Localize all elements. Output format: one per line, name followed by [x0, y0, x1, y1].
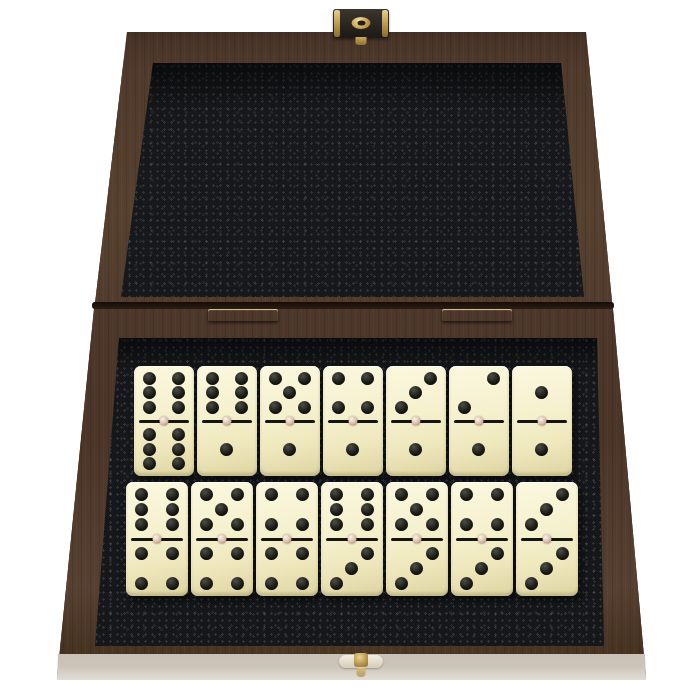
pip	[231, 488, 244, 501]
pip	[172, 401, 185, 414]
domino-5-4[interactable]	[191, 482, 253, 596]
pip	[143, 428, 156, 441]
tile-divider	[456, 538, 508, 541]
pip	[395, 401, 408, 414]
domino-6-6[interactable]	[134, 366, 194, 476]
pip	[166, 518, 179, 531]
spinner-pin	[478, 535, 487, 544]
pip	[172, 428, 185, 441]
pip	[525, 577, 538, 590]
pip	[475, 562, 488, 575]
pip	[135, 503, 148, 516]
spinner-pin	[160, 417, 169, 426]
tile-divider	[391, 538, 443, 541]
pip	[166, 503, 179, 516]
domino-1-1[interactable]	[512, 366, 572, 476]
pip	[296, 547, 309, 560]
tile-half-bottom	[323, 423, 383, 477]
pip	[265, 518, 278, 531]
pip	[491, 547, 504, 560]
tile-half-top	[321, 482, 383, 538]
tile-half-top	[386, 366, 446, 420]
pip	[220, 443, 233, 456]
pip	[332, 372, 345, 385]
tile-divider	[261, 538, 313, 541]
pip	[491, 488, 504, 501]
pip	[487, 372, 500, 385]
tile-divider	[202, 420, 252, 423]
pip	[472, 443, 485, 456]
pip	[540, 562, 553, 575]
spinner-pin	[348, 535, 357, 544]
tile-divider	[265, 420, 315, 423]
pip	[330, 518, 343, 531]
pip	[296, 577, 309, 590]
domino-4-1[interactable]	[323, 366, 383, 476]
tile-half-bottom	[191, 541, 253, 597]
pip	[200, 547, 213, 560]
pip	[410, 562, 423, 575]
pip	[206, 401, 219, 414]
pip	[361, 488, 374, 501]
pip	[361, 401, 374, 414]
tile-half-top	[134, 366, 194, 420]
pip	[200, 518, 213, 531]
pip	[345, 562, 358, 575]
domino-box-photo	[0, 0, 700, 700]
pip	[143, 386, 156, 399]
domino-row-back	[134, 366, 572, 476]
domino-4-4[interactable]	[256, 482, 318, 596]
pip	[265, 577, 278, 590]
spinner-pin	[475, 417, 484, 426]
latch	[333, 9, 389, 47]
pip	[346, 443, 359, 456]
pip	[395, 577, 408, 590]
front-catch-brass	[354, 653, 368, 667]
tile-divider	[391, 420, 441, 423]
pip	[296, 518, 309, 531]
spinner-pin	[349, 417, 358, 426]
pip	[296, 488, 309, 501]
pip	[535, 386, 548, 399]
latch-brass-edge-left	[334, 10, 340, 37]
tile-half-top	[386, 482, 448, 538]
domino-5-1[interactable]	[260, 366, 320, 476]
tile-half-top	[516, 482, 578, 538]
pip	[143, 372, 156, 385]
spinner-pin	[412, 417, 421, 426]
pip	[298, 372, 311, 385]
pip	[426, 547, 439, 560]
latch-catch	[356, 37, 367, 45]
pip	[206, 386, 219, 399]
spinner-pin	[223, 417, 232, 426]
pip	[535, 443, 548, 456]
pip	[395, 518, 408, 531]
pip	[166, 547, 179, 560]
spinner-pin	[286, 417, 295, 426]
pip	[426, 488, 439, 501]
pip	[332, 401, 345, 414]
tile-half-bottom	[197, 423, 257, 477]
pip	[424, 372, 437, 385]
pip	[143, 401, 156, 414]
pip	[200, 577, 213, 590]
tile-half-bottom	[256, 541, 318, 597]
pip	[143, 443, 156, 456]
tile-half-bottom	[449, 423, 509, 477]
tile-half-bottom	[386, 423, 446, 477]
pip	[135, 488, 148, 501]
pip	[231, 547, 244, 560]
pip	[361, 547, 374, 560]
tile-half-bottom	[321, 541, 383, 597]
pip	[172, 443, 185, 456]
pip	[265, 547, 278, 560]
pip	[410, 503, 423, 516]
tile-divider	[454, 420, 504, 423]
tile-half-top	[512, 366, 572, 420]
tile-half-bottom	[451, 541, 513, 597]
pip	[426, 518, 439, 531]
pip	[330, 503, 343, 516]
pip	[458, 401, 471, 414]
pip	[460, 518, 473, 531]
pip	[525, 518, 538, 531]
pip	[269, 372, 282, 385]
pip	[135, 577, 148, 590]
tile-divider	[196, 538, 248, 541]
lid-base-seam	[92, 302, 614, 309]
latch-body	[333, 9, 389, 38]
pip	[556, 547, 569, 560]
tile-half-top	[451, 482, 513, 538]
photo-fade	[0, 666, 700, 700]
domino-4-3[interactable]	[451, 482, 513, 596]
tile-divider	[521, 538, 573, 541]
pip	[409, 443, 422, 456]
pip	[330, 488, 343, 501]
pip	[361, 518, 374, 531]
pip	[283, 443, 296, 456]
pip	[172, 386, 185, 399]
tile-half-top	[191, 482, 253, 538]
tile-half-bottom	[260, 423, 320, 477]
pip	[283, 386, 296, 399]
domino-5-3[interactable]	[386, 482, 448, 596]
pip	[330, 577, 343, 590]
pip	[460, 488, 473, 501]
tile-half-top	[260, 366, 320, 420]
tile-divider	[517, 420, 567, 423]
pip	[460, 577, 473, 590]
pip	[231, 577, 244, 590]
tile-half-bottom	[386, 541, 448, 597]
spinner-pin	[218, 535, 227, 544]
tile-half-bottom	[516, 541, 578, 597]
pip	[166, 488, 179, 501]
pip	[491, 518, 504, 531]
pip	[409, 386, 422, 399]
domino-6-4[interactable]	[126, 482, 188, 596]
tile-half-top	[323, 366, 383, 420]
pip	[361, 503, 374, 516]
tile-half-bottom	[512, 423, 572, 477]
domino-6-1[interactable]	[197, 366, 257, 476]
spinner-pin	[153, 535, 162, 544]
spinner-pin	[283, 535, 292, 544]
pip	[206, 372, 219, 385]
pip	[556, 488, 569, 501]
tile-divider	[139, 420, 189, 423]
domino-6-3[interactable]	[321, 482, 383, 596]
latch-brass-edge-right	[382, 10, 388, 37]
pip	[298, 401, 311, 414]
tile-divider	[326, 538, 378, 541]
pip	[235, 386, 248, 399]
latch-brass-oval	[352, 17, 371, 29]
tile-half-bottom	[126, 541, 188, 597]
tile-half-top	[126, 482, 188, 538]
pip	[235, 372, 248, 385]
pip	[361, 372, 374, 385]
pip	[265, 488, 278, 501]
pip	[215, 503, 228, 516]
tile-half-top	[449, 366, 509, 420]
tile-divider	[131, 538, 183, 541]
hinge-left-icon	[208, 309, 278, 321]
pip	[235, 401, 248, 414]
spinner-pin	[538, 417, 547, 426]
domino-3-3[interactable]	[516, 482, 578, 596]
hinge-right-icon	[442, 309, 512, 321]
tile-half-top	[197, 366, 257, 420]
pip	[395, 488, 408, 501]
latch-keyhole	[357, 21, 365, 26]
pip	[172, 372, 185, 385]
pip	[231, 518, 244, 531]
pip	[269, 401, 282, 414]
pip	[540, 503, 553, 516]
domino-3-1[interactable]	[386, 366, 446, 476]
pip	[200, 488, 213, 501]
spinner-pin	[413, 535, 422, 544]
pip	[172, 457, 185, 470]
spinner-pin	[543, 535, 552, 544]
tile-half-top	[256, 482, 318, 538]
pip	[143, 457, 156, 470]
pip	[135, 547, 148, 560]
pip	[135, 518, 148, 531]
domino-row-front	[126, 482, 578, 596]
tile-half-bottom	[134, 423, 194, 477]
tile-divider	[328, 420, 378, 423]
domino-2-1[interactable]	[449, 366, 509, 476]
pip	[166, 577, 179, 590]
